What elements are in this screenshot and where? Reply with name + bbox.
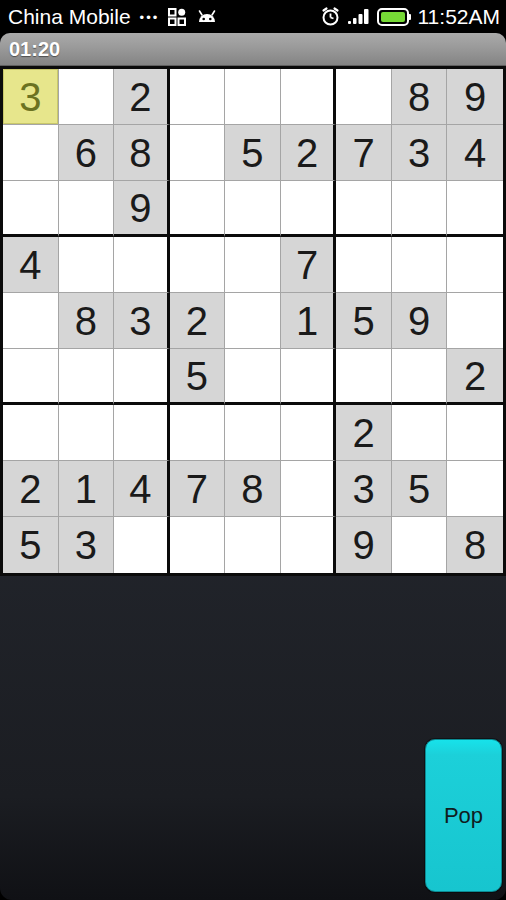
lower-panel: Pop — [0, 576, 506, 900]
cell-r1c7[interactable] — [336, 69, 392, 125]
cell-r9c2[interactable]: 3 — [59, 517, 115, 573]
cell-r2c9[interactable]: 4 — [447, 125, 503, 181]
cell-r3c7[interactable] — [336, 181, 392, 237]
cell-r8c6[interactable] — [281, 461, 337, 517]
cell-r1c8[interactable]: 8 — [392, 69, 448, 125]
cell-r6c1[interactable] — [3, 349, 59, 405]
cell-r8c4[interactable]: 7 — [170, 461, 226, 517]
cell-r6c8[interactable] — [392, 349, 448, 405]
cell-r2c7[interactable]: 7 — [336, 125, 392, 181]
clock-time: 11:52AM — [418, 5, 501, 29]
pop-button[interactable]: Pop — [425, 739, 502, 892]
cell-r5c6[interactable]: 1 — [281, 293, 337, 349]
cell-r1c5[interactable] — [225, 69, 281, 125]
cell-r5c1[interactable] — [3, 293, 59, 349]
cell-r4c3[interactable] — [114, 237, 170, 293]
cell-r1c4[interactable] — [170, 69, 226, 125]
cell-r5c5[interactable] — [225, 293, 281, 349]
apps-grid-icon — [168, 8, 186, 26]
cell-r1c3[interactable]: 2 — [114, 69, 170, 125]
cell-r7c8[interactable] — [392, 405, 448, 461]
cell-r5c8[interactable]: 9 — [392, 293, 448, 349]
cell-r7c1[interactable] — [3, 405, 59, 461]
cell-r3c9[interactable] — [447, 181, 503, 237]
cell-r2c1[interactable] — [3, 125, 59, 181]
cell-r6c2[interactable] — [59, 349, 115, 405]
cell-r4c2[interactable] — [59, 237, 115, 293]
cell-r3c4[interactable] — [170, 181, 226, 237]
cell-r2c5[interactable]: 5 — [225, 125, 281, 181]
timer-label: 01:20 — [9, 38, 60, 61]
cell-r7c6[interactable] — [281, 405, 337, 461]
signal-icon — [348, 8, 370, 25]
cell-r1c2[interactable] — [59, 69, 115, 125]
cell-r3c8[interactable] — [392, 181, 448, 237]
cell-r2c4[interactable] — [170, 125, 226, 181]
cell-r3c3[interactable]: 9 — [114, 181, 170, 237]
status-bar-left: China Mobile ••• — [8, 5, 219, 29]
cell-r4c6[interactable]: 7 — [281, 237, 337, 293]
cell-r9c9[interactable]: 8 — [447, 517, 503, 573]
cell-r5c7[interactable]: 5 — [336, 293, 392, 349]
cell-r4c4[interactable] — [170, 237, 226, 293]
cell-r7c2[interactable] — [59, 405, 115, 461]
alarm-icon — [320, 6, 341, 27]
sudoku-grid: 3289685273494783215952221478355398 — [0, 66, 506, 576]
cell-r9c6[interactable] — [281, 517, 337, 573]
cell-r6c5[interactable] — [225, 349, 281, 405]
cell-r8c3[interactable]: 4 — [114, 461, 170, 517]
cell-r8c8[interactable]: 5 — [392, 461, 448, 517]
cell-r8c1[interactable]: 2 — [3, 461, 59, 517]
cell-r9c1[interactable]: 5 — [3, 517, 59, 573]
cell-r7c7[interactable]: 2 — [336, 405, 392, 461]
cell-r4c7[interactable] — [336, 237, 392, 293]
cell-r9c7[interactable]: 9 — [336, 517, 392, 573]
cell-r3c5[interactable] — [225, 181, 281, 237]
cell-r2c3[interactable]: 8 — [114, 125, 170, 181]
sudoku-app: 01:20 3289685273494783215952221478355398… — [0, 33, 506, 900]
cell-r2c8[interactable]: 3 — [392, 125, 448, 181]
cell-r6c6[interactable] — [281, 349, 337, 405]
cell-r5c9[interactable] — [447, 293, 503, 349]
status-bar-right: 11:52AM — [320, 5, 501, 29]
cell-r7c5[interactable] — [225, 405, 281, 461]
cell-r7c9[interactable] — [447, 405, 503, 461]
battery-icon — [377, 8, 411, 26]
carrier-label: China Mobile — [8, 5, 131, 29]
phone-screen: China Mobile ••• — [0, 0, 506, 900]
cell-r3c1[interactable] — [3, 181, 59, 237]
cell-r7c4[interactable] — [170, 405, 226, 461]
cell-r6c7[interactable] — [336, 349, 392, 405]
cell-r9c8[interactable] — [392, 517, 448, 573]
cell-r4c1[interactable]: 4 — [3, 237, 59, 293]
cell-r3c2[interactable] — [59, 181, 115, 237]
timer-bar: 01:20 — [0, 33, 506, 66]
cell-r5c4[interactable]: 2 — [170, 293, 226, 349]
cell-r2c2[interactable]: 6 — [59, 125, 115, 181]
cell-r5c3[interactable]: 3 — [114, 293, 170, 349]
cell-r2c6[interactable]: 2 — [281, 125, 337, 181]
carrier-dots: ••• — [140, 10, 160, 25]
cell-r9c4[interactable] — [170, 517, 226, 573]
cell-r6c4[interactable]: 5 — [170, 349, 226, 405]
cell-r4c5[interactable] — [225, 237, 281, 293]
cell-r5c2[interactable]: 8 — [59, 293, 115, 349]
cell-r4c8[interactable] — [392, 237, 448, 293]
cell-r8c7[interactable]: 3 — [336, 461, 392, 517]
cell-r8c9[interactable] — [447, 461, 503, 517]
cell-r1c1[interactable]: 3 — [3, 69, 59, 125]
cell-r9c3[interactable] — [114, 517, 170, 573]
cell-r6c9[interactable]: 2 — [447, 349, 503, 405]
cell-r1c9[interactable]: 9 — [447, 69, 503, 125]
cell-r1c6[interactable] — [281, 69, 337, 125]
android-icon — [195, 8, 219, 26]
cell-r9c5[interactable] — [225, 517, 281, 573]
cell-r8c5[interactable]: 8 — [225, 461, 281, 517]
status-bar: China Mobile ••• — [0, 0, 506, 33]
cell-r7c3[interactable] — [114, 405, 170, 461]
cell-r6c3[interactable] — [114, 349, 170, 405]
cell-r3c6[interactable] — [281, 181, 337, 237]
cell-r8c2[interactable]: 1 — [59, 461, 115, 517]
cell-r4c9[interactable] — [447, 237, 503, 293]
